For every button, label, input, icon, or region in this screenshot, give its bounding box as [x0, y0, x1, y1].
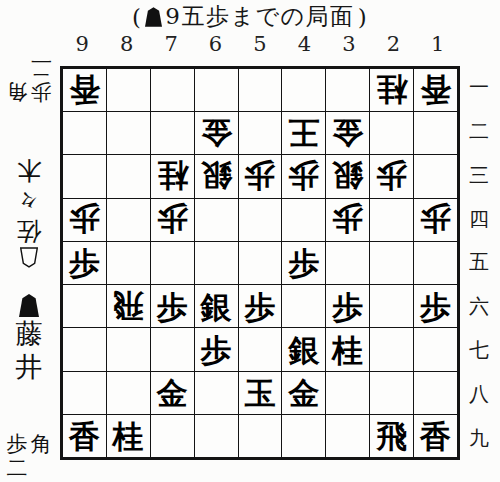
piece-sente-58: 玉: [244, 378, 275, 409]
cell-42: 王: [282, 112, 325, 154]
rank-label-3: 三: [462, 154, 496, 198]
name-char: 木: [17, 156, 42, 186]
cell-51: [239, 69, 282, 111]
cell-96: [63, 285, 106, 327]
piece-sente-29: 飛: [376, 421, 407, 452]
cell-65: [195, 242, 238, 284]
sente-name: 藤井: [16, 294, 43, 383]
cell-44: [282, 199, 325, 241]
cell-41: [282, 69, 325, 111]
cell-76: 歩: [151, 285, 194, 327]
piece-gote-23: 歩: [376, 160, 407, 191]
cell-55: [239, 242, 282, 284]
cell-88: [107, 372, 150, 414]
piece-gote-43: 歩: [288, 160, 319, 191]
file-label-5: 5: [238, 30, 282, 58]
cell-22: [370, 112, 413, 154]
cell-13: [414, 155, 457, 197]
cell-48: 金: [282, 372, 325, 414]
cell-64: [195, 199, 238, 241]
cell-57: [239, 328, 282, 370]
name-char: 々: [17, 186, 42, 216]
cell-98: [63, 372, 106, 414]
black-shogi-piece-icon: [19, 294, 39, 317]
cell-24: [370, 199, 413, 241]
sente-hand: 角歩二: [7, 432, 52, 480]
hand-piece: 二: [7, 456, 28, 480]
cell-85: [107, 242, 150, 284]
rank-label-5: 五: [462, 241, 496, 285]
cell-74: 歩: [151, 199, 194, 241]
cell-72: [151, 112, 194, 154]
cell-46: [282, 285, 325, 327]
title-move-text: 9五歩までの局面: [165, 1, 354, 32]
hand-piece: 歩: [7, 432, 28, 456]
cell-52: [239, 112, 282, 154]
piece-gote-42: 王: [288, 117, 319, 148]
cell-23: 歩: [370, 155, 413, 197]
sente-player-panel: 藤井 角歩二: [0, 294, 58, 480]
cell-29: 飛: [370, 415, 413, 457]
piece-gote-11: 香: [420, 74, 451, 105]
black-shogi-piece-icon: [145, 7, 162, 27]
cell-35: [326, 242, 369, 284]
piece-sente-89: 桂: [113, 421, 144, 452]
cell-61: [195, 69, 238, 111]
piece-gote-33: 銀: [332, 160, 363, 191]
cell-34: 歩: [326, 199, 369, 241]
cell-47: 銀: [282, 328, 325, 370]
piece-gote-34: 歩: [332, 203, 363, 234]
cell-19: 香: [414, 415, 457, 457]
cell-94: 歩: [63, 199, 106, 241]
cell-25: [370, 242, 413, 284]
rank-label-8: 八: [462, 372, 496, 416]
title-close-paren: ): [358, 4, 368, 30]
piece-sente-78: 金: [157, 378, 188, 409]
piece-gote-14: 歩: [420, 203, 451, 234]
file-labels: 987654321: [60, 30, 460, 58]
piece-gote-94: 歩: [69, 203, 100, 234]
rank-label-1: 一: [462, 66, 496, 110]
cell-95: 歩: [63, 242, 106, 284]
hand-piece: 歩: [31, 80, 52, 104]
hand-column: 角: [31, 432, 52, 456]
file-label-9: 9: [60, 30, 104, 58]
cell-54: [239, 199, 282, 241]
piece-sente-36: 歩: [332, 292, 363, 323]
cell-38: [326, 372, 369, 414]
cell-26: [370, 285, 413, 327]
cell-91: 香: [63, 69, 106, 111]
cell-28: [370, 372, 413, 414]
cell-59: [239, 415, 282, 457]
cell-58: 玉: [239, 372, 282, 414]
cell-18: [414, 372, 457, 414]
piece-gote-32: 金: [332, 117, 363, 148]
piece-gote-21: 桂: [376, 74, 407, 105]
shogi-board: 香桂香金王金桂銀歩歩銀歩歩歩歩歩歩歩飛歩銀歩歩歩歩銀桂金玉金香桂飛香: [60, 66, 460, 460]
piece-gote-53: 歩: [244, 160, 275, 191]
title-open-paren: (: [132, 4, 142, 30]
cell-79: [151, 415, 194, 457]
piece-sente-48: 金: [288, 378, 319, 409]
cell-77: [151, 328, 194, 370]
rank-label-7: 七: [462, 329, 496, 373]
cell-33: 銀: [326, 155, 369, 197]
rank-label-4: 四: [462, 197, 496, 241]
cell-37: 桂: [326, 328, 369, 370]
rank-labels: 一二三四五六七八九: [462, 66, 496, 460]
cell-83: [107, 155, 150, 197]
hand-piece: 角: [7, 80, 28, 104]
cell-12: [414, 112, 457, 154]
hand-column: 歩二: [7, 432, 28, 480]
cell-31: [326, 69, 369, 111]
rank-label-6: 六: [462, 285, 496, 329]
cell-15: [414, 242, 457, 284]
cell-14: 歩: [414, 199, 457, 241]
cell-81: [107, 69, 150, 111]
cell-62: 金: [195, 112, 238, 154]
piece-sente-67: 歩: [201, 335, 232, 366]
piece-gote-74: 歩: [157, 203, 188, 234]
piece-gote-86: 飛: [113, 290, 144, 321]
piece-sente-99: 香: [69, 421, 100, 452]
cell-75: [151, 242, 194, 284]
piece-gote-63: 銀: [201, 160, 232, 191]
shogi-diagram: ( 9五歩までの局面 ) 987654321 香桂香金王金桂銀歩歩銀歩歩歩歩歩歩…: [0, 0, 500, 482]
cell-89: 桂: [107, 415, 150, 457]
piece-sente-56: 歩: [244, 292, 275, 323]
piece-sente-45: 歩: [288, 248, 319, 279]
piece-gote-91: 香: [69, 74, 100, 105]
gote-player-panel: 佐々木 角歩二: [0, 56, 58, 268]
cell-56: 歩: [239, 285, 282, 327]
piece-sente-76: 歩: [157, 292, 188, 323]
file-label-4: 4: [282, 30, 326, 58]
name-char: 井: [16, 351, 43, 383]
diagram-title: ( 9五歩までの局面 ): [0, 1, 500, 32]
gote-name: 佐々木: [17, 156, 42, 269]
name-char: 藤: [16, 318, 43, 350]
cell-67: 歩: [195, 328, 238, 370]
file-label-8: 8: [104, 30, 148, 58]
cell-99: 香: [63, 415, 106, 457]
piece-sente-37: 桂: [332, 335, 363, 366]
cell-78: 金: [151, 372, 194, 414]
gote-hand: 角歩二: [7, 56, 52, 104]
file-label-3: 3: [327, 30, 371, 58]
cell-32: 金: [326, 112, 369, 154]
file-label-2: 2: [371, 30, 415, 58]
cell-84: [107, 199, 150, 241]
piece-sente-19: 香: [420, 421, 451, 452]
rank-label-2: 二: [462, 110, 496, 154]
cell-36: 歩: [326, 285, 369, 327]
file-label-1: 1: [416, 30, 460, 58]
file-label-7: 7: [149, 30, 193, 58]
hand-piece: 角: [31, 432, 52, 456]
cell-39: [326, 415, 369, 457]
piece-gote-62: 金: [201, 117, 232, 148]
cell-49: [282, 415, 325, 457]
piece-sente-66: 銀: [201, 292, 232, 323]
cell-53: 歩: [239, 155, 282, 197]
cell-69: [195, 415, 238, 457]
cell-93: [63, 155, 106, 197]
piece-sente-16: 歩: [420, 292, 451, 323]
piece-sente-47: 銀: [288, 335, 319, 366]
cell-71: [151, 69, 194, 111]
cell-16: 歩: [414, 285, 457, 327]
cell-11: 香: [414, 69, 457, 111]
cell-17: [414, 328, 457, 370]
hand-column: 歩二: [31, 56, 52, 104]
cell-68: [195, 372, 238, 414]
white-shogi-piece-icon: [20, 247, 38, 268]
cell-86: 飛: [107, 285, 150, 327]
cell-92: [63, 112, 106, 154]
file-label-6: 6: [193, 30, 237, 58]
cell-45: 歩: [282, 242, 325, 284]
hand-column: 角: [7, 80, 28, 104]
cell-63: 銀: [195, 155, 238, 197]
cell-43: 歩: [282, 155, 325, 197]
cell-73: 桂: [151, 155, 194, 197]
piece-sente-95: 歩: [69, 248, 100, 279]
name-char: 佐: [17, 217, 42, 247]
hand-piece: 二: [31, 56, 52, 80]
cell-27: [370, 328, 413, 370]
piece-gote-73: 桂: [157, 160, 188, 191]
cell-21: 桂: [370, 69, 413, 111]
cell-82: [107, 112, 150, 154]
cell-66: 銀: [195, 285, 238, 327]
cell-97: [63, 328, 106, 370]
rank-label-9: 九: [462, 416, 496, 460]
cell-87: [107, 328, 150, 370]
